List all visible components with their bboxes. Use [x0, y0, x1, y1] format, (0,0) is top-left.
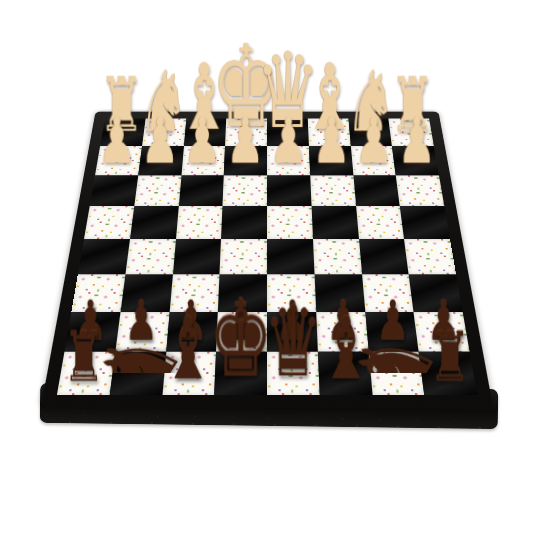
black-rook[interactable]: ♜	[63, 323, 105, 392]
white-pawn[interactable]: ♟	[98, 109, 137, 172]
white-pawn[interactable]: ♟	[312, 109, 351, 172]
square[interactable]: ♟	[95, 146, 142, 175]
square[interactable]	[90, 175, 138, 206]
square[interactable]: ♟	[267, 146, 310, 175]
square[interactable]	[310, 175, 356, 206]
square[interactable]	[223, 175, 267, 206]
square[interactable]	[176, 206, 223, 239]
square[interactable]: ♟	[309, 146, 353, 175]
photo-canvas: ♜♞♝♚♛♝♞♜♟♟♟♟♟♟♟♟♟♟♟♟♟♟♟♟♜♞♝♚♛♝♞♜	[0, 0, 533, 533]
white-pawn[interactable]: ♟	[226, 109, 265, 172]
square[interactable]: ♝	[318, 352, 372, 395]
square[interactable]	[178, 175, 224, 206]
square[interactable]	[396, 175, 444, 206]
square[interactable]	[353, 175, 400, 206]
square[interactable]	[311, 206, 358, 239]
square[interactable]: ♟	[224, 146, 267, 175]
square[interactable]	[84, 206, 134, 239]
square[interactable]	[313, 239, 362, 274]
square[interactable]	[359, 239, 409, 274]
square[interactable]	[220, 239, 267, 274]
square[interactable]	[356, 206, 405, 239]
square[interactable]	[125, 239, 175, 274]
square[interactable]: ♟	[392, 146, 439, 175]
board-grid: ♜♞♝♚♛♝♞♜♟♟♟♟♟♟♟♟♟♟♟♟♟♟♟♟♜♞♝♚♛♝♞♜	[57, 119, 477, 396]
black-bishop[interactable]: ♝	[162, 305, 214, 391]
square[interactable]	[267, 175, 311, 206]
square[interactable]: ♞	[109, 352, 165, 395]
square[interactable]	[78, 239, 130, 274]
square[interactable]: ♚	[214, 352, 267, 395]
square[interactable]	[130, 206, 179, 239]
chessboard-scene: ♜♞♝♚♛♝♞♜♟♟♟♟♟♟♟♟♟♟♟♟♟♟♟♟♜♞♝♚♛♝♞♜	[72, 44, 462, 434]
square[interactable]: ♞	[368, 352, 424, 395]
black-bishop[interactable]: ♝	[319, 305, 371, 391]
black-rook[interactable]: ♜	[429, 323, 471, 392]
white-pawn[interactable]: ♟	[183, 109, 222, 172]
white-pawn[interactable]: ♟	[141, 109, 180, 172]
white-pawn[interactable]: ♟	[269, 109, 308, 172]
white-pawn[interactable]: ♟	[398, 109, 437, 172]
square[interactable]	[400, 206, 450, 239]
square[interactable]: ♟	[138, 146, 184, 175]
square[interactable]	[172, 239, 221, 274]
black-queen[interactable]: ♛	[264, 294, 323, 391]
square[interactable]	[404, 239, 456, 274]
square[interactable]	[134, 175, 181, 206]
square[interactable]	[267, 239, 314, 274]
square[interactable]: ♟	[181, 146, 225, 175]
square[interactable]	[267, 206, 313, 239]
square[interactable]: ♛	[267, 352, 320, 395]
chessboard: ♜♞♝♚♛♝♞♜♟♟♟♟♟♟♟♟♟♟♟♟♟♟♟♟♜♞♝♚♛♝♞♜	[41, 112, 493, 407]
white-pawn[interactable]: ♟	[355, 109, 394, 172]
square[interactable]: ♟	[350, 146, 396, 175]
square[interactable]	[221, 206, 267, 239]
